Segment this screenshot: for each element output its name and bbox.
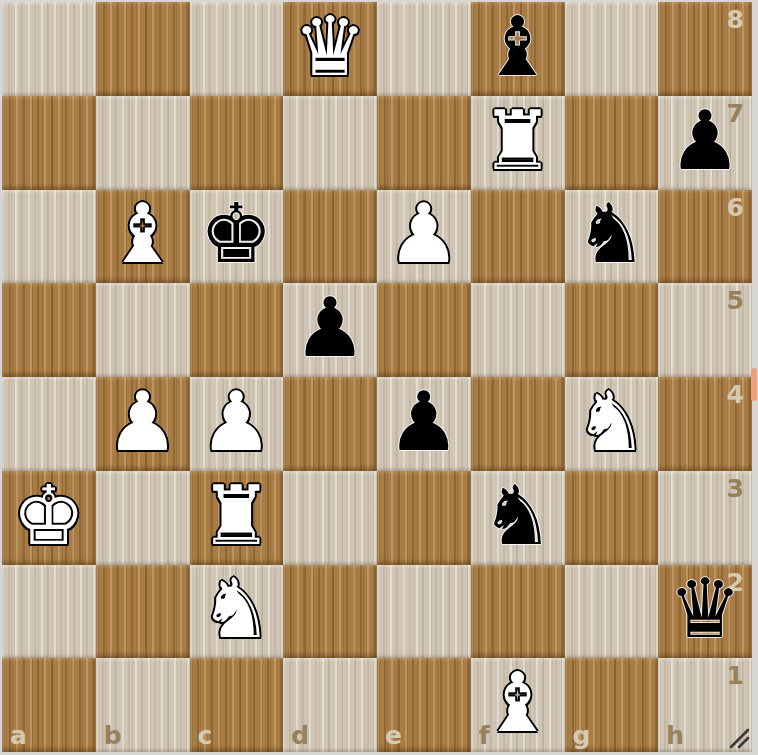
piece-white-pawn[interactable]: ♟ <box>200 381 274 463</box>
rank-label-6: 6 <box>727 195 744 220</box>
piece-black-queen[interactable]: ♛ <box>668 568 742 650</box>
piece-white-queen[interactable]: ♛ <box>293 6 367 88</box>
square-h6[interactable]: 6 <box>658 190 752 284</box>
piece-white-bishop[interactable]: ♝ <box>481 662 555 744</box>
square-d4[interactable] <box>283 377 377 471</box>
piece-black-pawn[interactable]: ♟ <box>387 381 461 463</box>
square-c8[interactable] <box>190 2 284 96</box>
square-b2[interactable] <box>96 565 190 659</box>
square-d7[interactable] <box>283 96 377 190</box>
square-c1[interactable]: c <box>190 658 284 752</box>
square-e6[interactable]: ♟ <box>377 190 471 284</box>
piece-black-pawn[interactable]: ♟ <box>293 287 367 369</box>
square-f1[interactable]: f♝ <box>471 658 565 752</box>
rank-label-8: 8 <box>727 7 744 32</box>
piece-black-pawn[interactable]: ♟ <box>668 100 742 182</box>
square-c5[interactable] <box>190 283 284 377</box>
square-b1[interactable]: b <box>96 658 190 752</box>
square-c7[interactable] <box>190 96 284 190</box>
square-g3[interactable] <box>565 471 659 565</box>
square-a5[interactable] <box>2 283 96 377</box>
piece-white-pawn[interactable]: ♟ <box>106 381 180 463</box>
square-a2[interactable] <box>2 565 96 659</box>
square-b8[interactable] <box>96 2 190 96</box>
square-g1[interactable]: g <box>565 658 659 752</box>
resize-handle-icon[interactable] <box>728 727 750 749</box>
square-d8[interactable]: ♛ <box>283 2 377 96</box>
square-c6[interactable]: ♚ <box>190 190 284 284</box>
piece-white-king[interactable]: ♚ <box>12 475 86 557</box>
square-g4[interactable]: ♞ <box>565 377 659 471</box>
chess-board: ♛♝8♜7♟♝♚♟♞6♟5♟♟♟♞4♚♜♞3♞2♛abcdef♝g1h <box>2 2 752 752</box>
piece-white-bishop[interactable]: ♝ <box>106 193 180 275</box>
piece-black-king[interactable]: ♚ <box>200 193 274 275</box>
square-f3[interactable]: ♞ <box>471 471 565 565</box>
square-g5[interactable] <box>565 283 659 377</box>
square-c2[interactable]: ♞ <box>190 565 284 659</box>
square-g2[interactable] <box>565 565 659 659</box>
piece-white-pawn[interactable]: ♟ <box>387 193 461 275</box>
square-a4[interactable] <box>2 377 96 471</box>
square-d2[interactable] <box>283 565 377 659</box>
square-d5[interactable]: ♟ <box>283 283 377 377</box>
square-h8[interactable]: 8 <box>658 2 752 96</box>
square-a8[interactable] <box>2 2 96 96</box>
square-b6[interactable]: ♝ <box>96 190 190 284</box>
square-h7[interactable]: 7♟ <box>658 96 752 190</box>
square-d3[interactable] <box>283 471 377 565</box>
square-e7[interactable] <box>377 96 471 190</box>
piece-white-knight[interactable]: ♞ <box>575 381 649 463</box>
board-window: ♛♝8♜7♟♝♚♟♞6♟5♟♟♟♞4♚♜♞3♞2♛abcdef♝g1h <box>0 0 758 755</box>
square-f4[interactable] <box>471 377 565 471</box>
square-h3[interactable]: 3 <box>658 471 752 565</box>
square-h2[interactable]: 2♛ <box>658 565 752 659</box>
file-label-d: d <box>291 723 309 748</box>
square-g6[interactable]: ♞ <box>565 190 659 284</box>
square-b7[interactable] <box>96 96 190 190</box>
square-e5[interactable] <box>377 283 471 377</box>
square-f7[interactable]: ♜ <box>471 96 565 190</box>
square-f2[interactable] <box>471 565 565 659</box>
square-f8[interactable]: ♝ <box>471 2 565 96</box>
square-a3[interactable]: ♚ <box>2 471 96 565</box>
square-a7[interactable] <box>2 96 96 190</box>
square-d6[interactable] <box>283 190 377 284</box>
square-g7[interactable] <box>565 96 659 190</box>
piece-white-knight[interactable]: ♞ <box>200 568 274 650</box>
square-h4[interactable]: 4 <box>658 377 752 471</box>
rank-label-1: 1 <box>727 663 744 688</box>
file-label-h: h <box>666 723 684 748</box>
square-f5[interactable] <box>471 283 565 377</box>
file-label-b: b <box>104 723 122 748</box>
file-label-c: c <box>198 723 213 748</box>
piece-black-knight[interactable]: ♞ <box>575 193 649 275</box>
square-e1[interactable]: e <box>377 658 471 752</box>
piece-black-bishop[interactable]: ♝ <box>481 6 555 88</box>
square-a6[interactable] <box>2 190 96 284</box>
file-label-g: g <box>573 723 591 748</box>
scrollbar-thumb[interactable] <box>751 368 757 401</box>
square-g8[interactable] <box>565 2 659 96</box>
square-c3[interactable]: ♜ <box>190 471 284 565</box>
square-h5[interactable]: 5 <box>658 283 752 377</box>
square-a1[interactable]: a <box>2 658 96 752</box>
square-f6[interactable] <box>471 190 565 284</box>
square-e4[interactable]: ♟ <box>377 377 471 471</box>
rank-label-3: 3 <box>727 476 744 501</box>
square-b4[interactable]: ♟ <box>96 377 190 471</box>
rank-label-5: 5 <box>727 288 744 313</box>
file-label-e: e <box>385 723 402 748</box>
square-e2[interactable] <box>377 565 471 659</box>
square-d1[interactable]: d <box>283 658 377 752</box>
piece-white-rook[interactable]: ♜ <box>200 475 274 557</box>
square-c4[interactable]: ♟ <box>190 377 284 471</box>
piece-black-knight[interactable]: ♞ <box>481 475 555 557</box>
square-b3[interactable] <box>96 471 190 565</box>
file-label-a: a <box>10 723 27 748</box>
piece-white-rook[interactable]: ♜ <box>481 100 555 182</box>
rank-label-4: 4 <box>727 382 744 407</box>
square-e3[interactable] <box>377 471 471 565</box>
square-e8[interactable] <box>377 2 471 96</box>
square-b5[interactable] <box>96 283 190 377</box>
